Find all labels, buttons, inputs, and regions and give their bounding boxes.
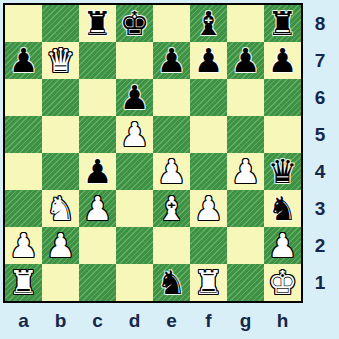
chess-app-screen: ♜♚♝♜♟♛♟♟♟♟♟♟♟♟♟♛♞♟♝♟♞♟♟♟♜♞♜♚ abcdefgh 87…: [0, 0, 339, 339]
rank-label-6: 6: [303, 79, 337, 116]
square-b4[interactable]: [42, 153, 79, 190]
rank-label-7: 7: [303, 42, 337, 79]
square-f7[interactable]: ♟: [190, 42, 227, 79]
square-d4[interactable]: [116, 153, 153, 190]
square-h2[interactable]: ♟: [264, 227, 301, 264]
square-g8[interactable]: [227, 5, 264, 42]
square-e4[interactable]: ♟: [153, 153, 190, 190]
white-rook-piece[interactable]: ♜: [9, 264, 39, 301]
square-g4[interactable]: ♟: [227, 153, 264, 190]
square-h4[interactable]: ♛: [264, 153, 301, 190]
black-king-piece[interactable]: ♚: [120, 5, 150, 42]
square-h7[interactable]: ♟: [264, 42, 301, 79]
square-e6[interactable]: [153, 79, 190, 116]
white-pawn-piece[interactable]: ♟: [120, 116, 150, 153]
square-b5[interactable]: [42, 116, 79, 153]
rank-label-2: 2: [303, 227, 337, 264]
file-label-g: g: [227, 305, 264, 337]
black-pawn-piece[interactable]: ♟: [231, 42, 261, 79]
square-b6[interactable]: [42, 79, 79, 116]
white-pawn-piece[interactable]: ♟: [194, 190, 224, 227]
file-label-b: b: [42, 305, 79, 337]
white-pawn-piece[interactable]: ♟: [268, 227, 298, 264]
square-e7[interactable]: ♟: [153, 42, 190, 79]
square-a4[interactable]: [5, 153, 42, 190]
square-b7[interactable]: ♛: [42, 42, 79, 79]
rank-label-1: 1: [303, 264, 337, 301]
square-g7[interactable]: ♟: [227, 42, 264, 79]
square-a5[interactable]: [5, 116, 42, 153]
square-f1[interactable]: ♜: [190, 264, 227, 301]
square-f4[interactable]: [190, 153, 227, 190]
square-d2[interactable]: [116, 227, 153, 264]
square-c7[interactable]: [79, 42, 116, 79]
white-pawn-piece[interactable]: ♟: [46, 227, 76, 264]
square-c3[interactable]: ♟: [79, 190, 116, 227]
square-e8[interactable]: [153, 5, 190, 42]
square-d8[interactable]: ♚: [116, 5, 153, 42]
square-g5[interactable]: [227, 116, 264, 153]
square-c5[interactable]: [79, 116, 116, 153]
square-c1[interactable]: [79, 264, 116, 301]
square-d7[interactable]: [116, 42, 153, 79]
file-labels: abcdefgh: [5, 305, 301, 337]
black-knight-piece[interactable]: ♞: [268, 190, 298, 227]
file-label-a: a: [5, 305, 42, 337]
rank-label-5: 5: [303, 116, 337, 153]
square-b8[interactable]: [42, 5, 79, 42]
square-a6[interactable]: [5, 79, 42, 116]
file-label-h: h: [264, 305, 301, 337]
square-e3[interactable]: ♝: [153, 190, 190, 227]
square-c4[interactable]: ♟: [79, 153, 116, 190]
square-g2[interactable]: [227, 227, 264, 264]
square-a1[interactable]: ♜: [5, 264, 42, 301]
square-g3[interactable]: [227, 190, 264, 227]
square-f2[interactable]: [190, 227, 227, 264]
square-c2[interactable]: [79, 227, 116, 264]
square-a3[interactable]: [5, 190, 42, 227]
file-label-f: f: [190, 305, 227, 337]
square-d1[interactable]: [116, 264, 153, 301]
white-knight-piece[interactable]: ♞: [46, 190, 76, 227]
square-a2[interactable]: ♟: [5, 227, 42, 264]
square-c8[interactable]: ♜: [79, 5, 116, 42]
square-f6[interactable]: [190, 79, 227, 116]
square-b3[interactable]: ♞: [42, 190, 79, 227]
square-h3[interactable]: ♞: [264, 190, 301, 227]
square-f3[interactable]: ♟: [190, 190, 227, 227]
file-label-c: c: [79, 305, 116, 337]
rank-label-4: 4: [303, 153, 337, 190]
white-pawn-piece[interactable]: ♟: [157, 153, 187, 190]
black-bishop-piece[interactable]: ♝: [194, 5, 224, 42]
square-f8[interactable]: ♝: [190, 5, 227, 42]
square-e1[interactable]: ♞: [153, 264, 190, 301]
black-pawn-piece[interactable]: ♟: [9, 42, 39, 79]
black-queen-piece[interactable]: ♛: [268, 153, 298, 190]
black-pawn-piece[interactable]: ♟: [194, 42, 224, 79]
square-b1[interactable]: [42, 264, 79, 301]
white-king-piece[interactable]: ♚: [268, 264, 298, 301]
white-pawn-piece[interactable]: ♟: [231, 153, 261, 190]
square-a8[interactable]: [5, 5, 42, 42]
black-pawn-piece[interactable]: ♟: [268, 42, 298, 79]
square-e5[interactable]: [153, 116, 190, 153]
square-a7[interactable]: ♟: [5, 42, 42, 79]
black-pawn-piece[interactable]: ♟: [120, 79, 150, 116]
square-g1[interactable]: [227, 264, 264, 301]
white-pawn-piece[interactable]: ♟: [83, 190, 113, 227]
rank-label-8: 8: [303, 5, 337, 42]
white-rook-piece[interactable]: ♜: [194, 264, 224, 301]
file-label-e: e: [153, 305, 190, 337]
square-h1[interactable]: ♚: [264, 264, 301, 301]
black-pawn-piece[interactable]: ♟: [83, 153, 113, 190]
square-b2[interactable]: ♟: [42, 227, 79, 264]
white-queen-piece[interactable]: ♛: [46, 42, 76, 79]
white-bishop-piece[interactable]: ♝: [157, 190, 187, 227]
square-d5[interactable]: ♟: [116, 116, 153, 153]
rank-labels: 87654321: [303, 5, 337, 301]
white-pawn-piece[interactable]: ♟: [9, 227, 39, 264]
square-h5[interactable]: [264, 116, 301, 153]
file-label-d: d: [116, 305, 153, 337]
black-pawn-piece[interactable]: ♟: [157, 42, 187, 79]
square-e2[interactable]: [153, 227, 190, 264]
chess-board: ♜♚♝♜♟♛♟♟♟♟♟♟♟♟♟♛♞♟♝♟♞♟♟♟♜♞♜♚: [3, 3, 303, 303]
square-h8[interactable]: ♜: [264, 5, 301, 42]
square-d3[interactable]: [116, 190, 153, 227]
square-c6[interactable]: [79, 79, 116, 116]
square-f5[interactable]: [190, 116, 227, 153]
black-knight-piece[interactable]: ♞: [157, 264, 187, 301]
square-g6[interactable]: [227, 79, 264, 116]
square-d6[interactable]: ♟: [116, 79, 153, 116]
black-rook-piece[interactable]: ♜: [83, 5, 113, 42]
square-h6[interactable]: [264, 79, 301, 116]
black-rook-piece[interactable]: ♜: [268, 5, 298, 42]
rank-label-3: 3: [303, 190, 337, 227]
